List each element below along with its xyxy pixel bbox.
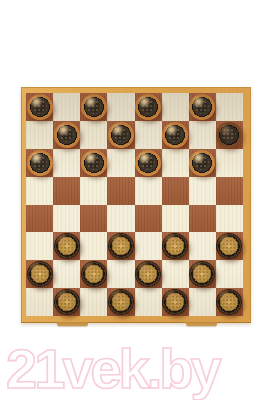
dark-piece[interactable] bbox=[27, 150, 53, 176]
square-r0c1[interactable] bbox=[53, 93, 80, 121]
square-r6c6[interactable] bbox=[189, 260, 216, 288]
square-r6c2[interactable] bbox=[80, 260, 107, 288]
square-r1c7[interactable] bbox=[216, 121, 243, 149]
square-r7c6[interactable] bbox=[189, 288, 216, 316]
square-r7c1[interactable] bbox=[53, 288, 80, 316]
square-r3c7[interactable] bbox=[216, 177, 243, 205]
dark-piece[interactable] bbox=[135, 150, 161, 176]
gold-piece[interactable] bbox=[189, 261, 215, 287]
square-r3c4[interactable] bbox=[135, 177, 162, 205]
square-r1c2[interactable] bbox=[80, 121, 107, 149]
square-r1c1[interactable] bbox=[53, 121, 80, 149]
square-r7c2[interactable] bbox=[80, 288, 107, 316]
dark-piece[interactable] bbox=[189, 94, 215, 120]
square-r5c2[interactable] bbox=[80, 232, 107, 260]
hinge-tab-right bbox=[186, 322, 217, 326]
square-r3c0[interactable] bbox=[26, 177, 53, 205]
product-photo: 21vek.by bbox=[0, 0, 256, 400]
gold-piece[interactable] bbox=[54, 289, 80, 315]
square-r0c6[interactable] bbox=[189, 93, 216, 121]
square-r5c0[interactable] bbox=[26, 232, 53, 260]
square-r2c4[interactable] bbox=[135, 149, 162, 177]
square-r2c1[interactable] bbox=[53, 149, 80, 177]
square-r5c5[interactable] bbox=[162, 232, 189, 260]
square-r7c4[interactable] bbox=[135, 288, 162, 316]
gold-piece[interactable] bbox=[54, 233, 80, 259]
dark-piece[interactable] bbox=[81, 150, 107, 176]
square-r6c5[interactable] bbox=[162, 260, 189, 288]
square-r4c5[interactable] bbox=[162, 205, 189, 233]
square-r6c0[interactable] bbox=[26, 260, 53, 288]
square-r5c3[interactable] bbox=[107, 232, 134, 260]
dark-piece[interactable] bbox=[81, 94, 107, 120]
square-r1c0[interactable] bbox=[26, 121, 53, 149]
square-r1c6[interactable] bbox=[189, 121, 216, 149]
gold-piece[interactable] bbox=[162, 233, 188, 259]
square-r6c7[interactable] bbox=[216, 260, 243, 288]
gold-piece[interactable] bbox=[216, 289, 242, 315]
square-r2c5[interactable] bbox=[162, 149, 189, 177]
square-r4c2[interactable] bbox=[80, 205, 107, 233]
dark-piece[interactable] bbox=[108, 122, 134, 148]
square-r0c5[interactable] bbox=[162, 93, 189, 121]
square-r2c0[interactable] bbox=[26, 149, 53, 177]
square-r2c3[interactable] bbox=[107, 149, 134, 177]
square-r0c4[interactable] bbox=[135, 93, 162, 121]
square-r5c7[interactable] bbox=[216, 232, 243, 260]
square-r5c1[interactable] bbox=[53, 232, 80, 260]
square-r2c7[interactable] bbox=[216, 149, 243, 177]
gold-piece[interactable] bbox=[81, 261, 107, 287]
square-r7c0[interactable] bbox=[26, 288, 53, 316]
square-r3c6[interactable] bbox=[189, 177, 216, 205]
square-r1c5[interactable] bbox=[162, 121, 189, 149]
gold-piece[interactable] bbox=[108, 233, 134, 259]
gold-piece[interactable] bbox=[27, 261, 53, 287]
square-r7c5[interactable] bbox=[162, 288, 189, 316]
square-r2c6[interactable] bbox=[189, 149, 216, 177]
watermark: 21vek.by bbox=[6, 341, 219, 397]
square-r0c2[interactable] bbox=[80, 93, 107, 121]
square-r4c4[interactable] bbox=[135, 205, 162, 233]
gold-piece[interactable] bbox=[108, 289, 134, 315]
square-r0c3[interactable] bbox=[107, 93, 134, 121]
square-r4c0[interactable] bbox=[26, 205, 53, 233]
square-r6c3[interactable] bbox=[107, 260, 134, 288]
dark-piece[interactable] bbox=[189, 150, 215, 176]
square-r3c2[interactable] bbox=[80, 177, 107, 205]
square-r0c0[interactable] bbox=[26, 93, 53, 121]
square-r7c7[interactable] bbox=[216, 288, 243, 316]
square-r3c1[interactable] bbox=[53, 177, 80, 205]
square-r6c4[interactable] bbox=[135, 260, 162, 288]
square-r6c1[interactable] bbox=[53, 260, 80, 288]
square-r4c7[interactable] bbox=[216, 205, 243, 233]
dark-piece[interactable] bbox=[135, 94, 161, 120]
square-r5c6[interactable] bbox=[189, 232, 216, 260]
square-r2c2[interactable] bbox=[80, 149, 107, 177]
square-r4c1[interactable] bbox=[53, 205, 80, 233]
square-r1c4[interactable] bbox=[135, 121, 162, 149]
dark-piece[interactable] bbox=[54, 122, 80, 148]
square-r7c3[interactable] bbox=[107, 288, 134, 316]
square-r3c3[interactable] bbox=[107, 177, 134, 205]
dark-piece[interactable] bbox=[27, 94, 53, 120]
square-r0c7[interactable] bbox=[216, 93, 243, 121]
board-grid bbox=[26, 93, 243, 316]
dark-piece[interactable] bbox=[216, 122, 242, 148]
square-r3c5[interactable] bbox=[162, 177, 189, 205]
gold-piece[interactable] bbox=[162, 289, 188, 315]
hinge-tab-left bbox=[57, 322, 88, 326]
square-r4c3[interactable] bbox=[107, 205, 134, 233]
square-r1c3[interactable] bbox=[107, 121, 134, 149]
checkers-board bbox=[21, 87, 251, 323]
square-r4c6[interactable] bbox=[189, 205, 216, 233]
gold-piece[interactable] bbox=[135, 261, 161, 287]
gold-piece[interactable] bbox=[216, 233, 242, 259]
square-r5c4[interactable] bbox=[135, 232, 162, 260]
dark-piece[interactable] bbox=[162, 122, 188, 148]
